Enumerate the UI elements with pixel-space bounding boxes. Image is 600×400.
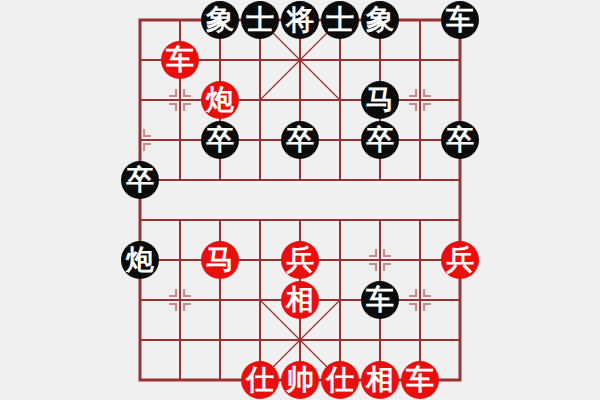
- piece-black-soldier[interactable]: 卒: [441, 121, 479, 159]
- piece-red-general[interactable]: 帅: [281, 361, 319, 399]
- pieces-layer: 象士将士象车车炮马卒卒卒卒卒炮马兵兵相车仕帅仕相车: [120, 0, 480, 400]
- piece-black-soldier[interactable]: 卒: [361, 121, 399, 159]
- piece-black-soldier[interactable]: 卒: [281, 121, 319, 159]
- piece-red-chariot[interactable]: 车: [161, 41, 199, 79]
- piece-black-chariot[interactable]: 车: [441, 1, 479, 39]
- piece-black-soldier[interactable]: 卒: [201, 121, 239, 159]
- piece-red-advisor[interactable]: 仕: [241, 361, 279, 399]
- piece-black-elephant[interactable]: 象: [361, 1, 399, 39]
- piece-black-cannon[interactable]: 炮: [121, 241, 159, 279]
- piece-red-horse[interactable]: 马: [201, 241, 239, 279]
- piece-red-soldier[interactable]: 兵: [441, 241, 479, 279]
- piece-red-cannon[interactable]: 炮: [201, 81, 239, 119]
- piece-red-soldier[interactable]: 兵: [281, 241, 319, 279]
- piece-black-advisor[interactable]: 士: [241, 1, 279, 39]
- piece-black-horse[interactable]: 马: [361, 81, 399, 119]
- piece-black-general[interactable]: 将: [281, 1, 319, 39]
- piece-red-elephant[interactable]: 相: [361, 361, 399, 399]
- piece-red-advisor[interactable]: 仕: [321, 361, 359, 399]
- piece-black-advisor[interactable]: 士: [321, 1, 359, 39]
- xiangqi-board-diagram: 象士将士象车车炮马卒卒卒卒卒炮马兵兵相车仕帅仕相车: [0, 0, 600, 400]
- piece-black-soldier[interactable]: 卒: [121, 161, 159, 199]
- piece-red-elephant[interactable]: 相: [281, 281, 319, 319]
- piece-black-elephant[interactable]: 象: [201, 1, 239, 39]
- piece-red-chariot[interactable]: 车: [401, 361, 439, 399]
- piece-black-chariot[interactable]: 车: [361, 281, 399, 319]
